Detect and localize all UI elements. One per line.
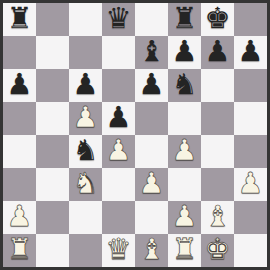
square-h6[interactable] [234, 69, 267, 102]
piece-white-knight-c3[interactable]: ♞ [73, 167, 99, 200]
piece-white-pawn-f2[interactable]: ♟ [172, 200, 198, 233]
square-g1[interactable]: ♚ [201, 234, 234, 267]
chess-board-frame: ♜♛♜♚♝♟♟♟♟♟♟♞♟♟♞♟♟♞♟♟♟♟♝♜♛♝♜♚ [0, 0, 270, 270]
square-a7[interactable] [3, 36, 36, 69]
piece-black-knight-c4[interactable]: ♞ [73, 134, 99, 167]
square-a8[interactable]: ♜ [3, 3, 36, 36]
square-e7[interactable]: ♝ [135, 36, 168, 69]
piece-white-pawn-h3[interactable]: ♟ [238, 167, 264, 200]
square-a3[interactable] [3, 168, 36, 201]
square-e8[interactable] [135, 3, 168, 36]
square-a4[interactable] [3, 135, 36, 168]
square-c3[interactable]: ♞ [69, 168, 102, 201]
square-e1[interactable]: ♝ [135, 234, 168, 267]
piece-black-knight-f6[interactable]: ♞ [172, 68, 198, 101]
piece-white-bishop-g2[interactable]: ♝ [205, 200, 231, 233]
square-f7[interactable]: ♟ [168, 36, 201, 69]
piece-white-bishop-e1[interactable]: ♝ [139, 233, 165, 266]
square-c1[interactable] [69, 234, 102, 267]
chess-board: ♜♛♜♚♝♟♟♟♟♟♟♞♟♟♞♟♟♞♟♟♟♟♝♜♛♝♜♚ [3, 3, 267, 267]
square-h4[interactable] [234, 135, 267, 168]
square-g2[interactable]: ♝ [201, 201, 234, 234]
square-b2[interactable] [36, 201, 69, 234]
piece-black-pawn-e6[interactable]: ♟ [139, 68, 165, 101]
square-c4[interactable]: ♞ [69, 135, 102, 168]
square-b5[interactable] [36, 102, 69, 135]
square-h8[interactable] [234, 3, 267, 36]
square-h3[interactable]: ♟ [234, 168, 267, 201]
square-d6[interactable] [102, 69, 135, 102]
square-c8[interactable] [69, 3, 102, 36]
square-a5[interactable] [3, 102, 36, 135]
square-b6[interactable] [36, 69, 69, 102]
piece-white-king-g1[interactable]: ♚ [205, 233, 231, 266]
square-a2[interactable]: ♟ [3, 201, 36, 234]
piece-white-pawn-d4[interactable]: ♟ [106, 134, 132, 167]
piece-black-rook-a8[interactable]: ♜ [7, 2, 33, 35]
square-e6[interactable]: ♟ [135, 69, 168, 102]
square-c7[interactable] [69, 36, 102, 69]
square-c5[interactable]: ♟ [69, 102, 102, 135]
piece-black-pawn-f7[interactable]: ♟ [172, 35, 198, 68]
square-d8[interactable]: ♛ [102, 3, 135, 36]
square-f3[interactable] [168, 168, 201, 201]
square-g5[interactable] [201, 102, 234, 135]
square-e3[interactable]: ♟ [135, 168, 168, 201]
square-h5[interactable] [234, 102, 267, 135]
square-a1[interactable]: ♜ [3, 234, 36, 267]
square-d7[interactable] [102, 36, 135, 69]
square-g8[interactable]: ♚ [201, 3, 234, 36]
piece-white-pawn-c5[interactable]: ♟ [73, 101, 99, 134]
piece-black-pawn-h7[interactable]: ♟ [238, 35, 264, 68]
square-c6[interactable]: ♟ [69, 69, 102, 102]
square-f2[interactable]: ♟ [168, 201, 201, 234]
piece-white-queen-d1[interactable]: ♛ [106, 233, 132, 266]
square-a6[interactable]: ♟ [3, 69, 36, 102]
square-e2[interactable] [135, 201, 168, 234]
square-e5[interactable] [135, 102, 168, 135]
square-f8[interactable]: ♜ [168, 3, 201, 36]
square-h1[interactable] [234, 234, 267, 267]
square-f5[interactable] [168, 102, 201, 135]
square-h7[interactable]: ♟ [234, 36, 267, 69]
square-d4[interactable]: ♟ [102, 135, 135, 168]
piece-black-queen-d8[interactable]: ♛ [106, 2, 132, 35]
square-b3[interactable] [36, 168, 69, 201]
square-c2[interactable] [69, 201, 102, 234]
square-b7[interactable] [36, 36, 69, 69]
piece-black-pawn-g7[interactable]: ♟ [205, 35, 231, 68]
square-e4[interactable] [135, 135, 168, 168]
square-g3[interactable] [201, 168, 234, 201]
piece-white-rook-a1[interactable]: ♜ [7, 233, 33, 266]
square-d3[interactable] [102, 168, 135, 201]
piece-black-pawn-a6[interactable]: ♟ [7, 68, 33, 101]
square-d1[interactable]: ♛ [102, 234, 135, 267]
piece-white-pawn-e3[interactable]: ♟ [139, 167, 165, 200]
piece-black-king-g8[interactable]: ♚ [205, 2, 231, 35]
piece-black-pawn-c6[interactable]: ♟ [73, 68, 99, 101]
piece-black-pawn-d5[interactable]: ♟ [106, 101, 132, 134]
square-f4[interactable]: ♟ [168, 135, 201, 168]
square-b1[interactable] [36, 234, 69, 267]
square-g6[interactable] [201, 69, 234, 102]
square-f6[interactable]: ♞ [168, 69, 201, 102]
square-f1[interactable]: ♜ [168, 234, 201, 267]
square-g4[interactable] [201, 135, 234, 168]
square-d2[interactable] [102, 201, 135, 234]
piece-white-rook-f1[interactable]: ♜ [172, 233, 198, 266]
piece-black-rook-f8[interactable]: ♜ [172, 2, 198, 35]
piece-white-pawn-a2[interactable]: ♟ [7, 200, 33, 233]
square-b8[interactable] [36, 3, 69, 36]
piece-white-pawn-f4[interactable]: ♟ [172, 134, 198, 167]
square-d5[interactable]: ♟ [102, 102, 135, 135]
piece-black-bishop-e7[interactable]: ♝ [139, 35, 165, 68]
square-g7[interactable]: ♟ [201, 36, 234, 69]
square-b4[interactable] [36, 135, 69, 168]
square-h2[interactable] [234, 201, 267, 234]
